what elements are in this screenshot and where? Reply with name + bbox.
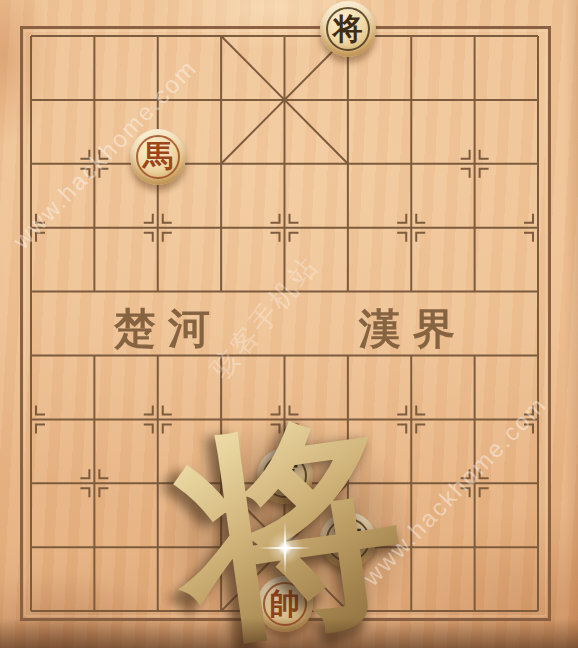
piece-character: 帥 [257, 576, 313, 632]
river-label-right: 漢界 [359, 306, 467, 352]
black-chariot-1[interactable]: 車 [257, 448, 313, 504]
board-grid [0, 0, 578, 648]
river-label-left: 楚河 [114, 306, 222, 352]
piece-character: 車 [257, 448, 313, 504]
black-chariot-2[interactable]: 車 [320, 512, 376, 568]
red-general[interactable]: 帥 [257, 576, 313, 632]
xiangqi-game-screenshot: 楚河 漢界 将馬車車帥 将 将 www.hackhome.com 骇客手机站 w… [0, 0, 578, 648]
piece-character: 馬 [130, 129, 186, 185]
piece-character: 将 [320, 1, 376, 57]
piece-character: 車 [320, 512, 376, 568]
red-horse[interactable]: 馬 [130, 129, 186, 185]
black-general[interactable]: 将 [320, 1, 376, 57]
